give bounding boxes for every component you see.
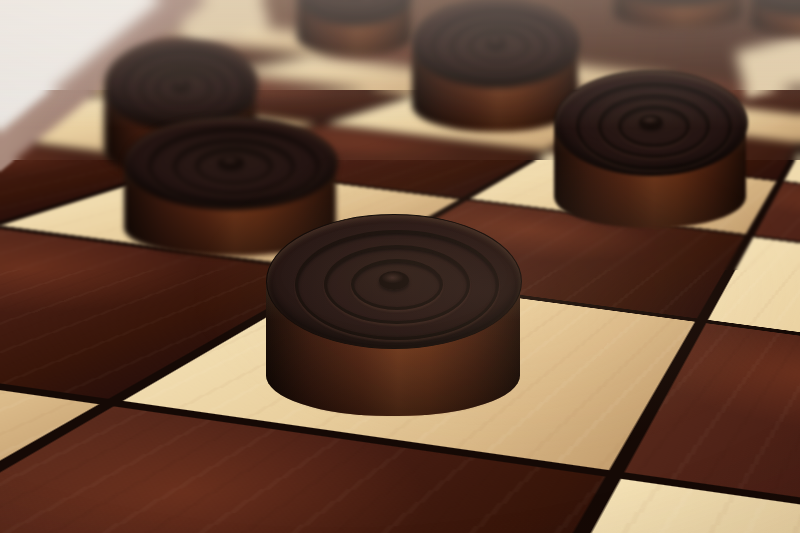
piece-top — [554, 70, 748, 176]
piece-center-nub — [172, 78, 190, 91]
piece-top — [266, 214, 522, 349]
checkers-photo — [0, 0, 800, 533]
piece-center-nub — [379, 271, 409, 290]
piece-top — [124, 116, 338, 210]
checker-piece-e8[interactable] — [751, 0, 800, 36]
checker-piece-d7[interactable] — [614, 0, 742, 28]
piece-center-nub — [486, 36, 506, 48]
checker-piece-b7[interactable] — [297, 0, 411, 56]
piece-center-nub — [218, 156, 243, 169]
piece-center-nub — [639, 115, 662, 130]
checker-piece-d5[interactable] — [554, 70, 746, 228]
checker-piece-d3[interactable] — [266, 214, 520, 416]
